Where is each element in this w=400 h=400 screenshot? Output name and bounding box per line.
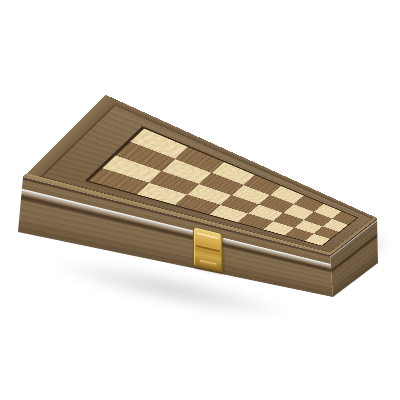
clasp-keeper	[200, 260, 217, 268]
brass-clasp-icon	[193, 226, 223, 272]
product-photo	[0, 0, 400, 400]
